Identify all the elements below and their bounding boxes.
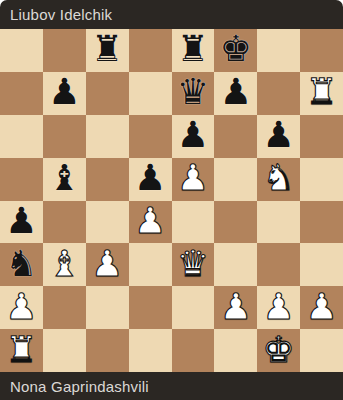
- piece-black-rook: ♜: [177, 31, 209, 67]
- square-d2: [129, 286, 172, 329]
- square-c2: [86, 286, 129, 329]
- square-g3: [257, 243, 300, 286]
- square-e4: [172, 201, 215, 244]
- piece-white-pawn: ♟: [5, 289, 37, 325]
- square-d4: ♟: [129, 201, 172, 244]
- square-a6: [0, 115, 43, 158]
- square-e8: ♜: [172, 29, 215, 72]
- square-e2: [172, 286, 215, 329]
- piece-black-rook: ♜: [91, 31, 123, 67]
- piece-black-pawn: ♟: [177, 117, 209, 153]
- piece-black-pawn: ♟: [134, 160, 166, 196]
- square-f8: ♚: [214, 29, 257, 72]
- player-bottom-name: Nona Gaprindashvili: [10, 378, 149, 395]
- square-f5: [214, 158, 257, 201]
- square-c1: [86, 329, 129, 372]
- piece-white-pawn: ♟: [134, 203, 166, 239]
- square-h1: [300, 329, 343, 372]
- square-b5: ♝: [43, 158, 86, 201]
- square-h8: [300, 29, 343, 72]
- piece-white-king: ♚: [263, 332, 295, 368]
- square-h5: [300, 158, 343, 201]
- square-b2: [43, 286, 86, 329]
- square-b4: [43, 201, 86, 244]
- player-top-name: Liubov Idelchik: [10, 6, 112, 23]
- square-d1: [129, 329, 172, 372]
- square-f2: ♟: [214, 286, 257, 329]
- square-c5: [86, 158, 129, 201]
- chess-board: ♜♜♚♟♛♟♜♟♟♝♟♟♞♟♟♞♝♟♛♟♟♟♟♜♚: [0, 29, 343, 372]
- square-a8: [0, 29, 43, 72]
- piece-black-bishop: ♝: [48, 160, 80, 196]
- square-a4: ♟: [0, 201, 43, 244]
- square-g7: [257, 72, 300, 115]
- piece-white-knight: ♞: [263, 160, 295, 196]
- player-bottom-bar: Nona Gaprindashvili: [0, 372, 343, 400]
- square-d3: [129, 243, 172, 286]
- square-f1: [214, 329, 257, 372]
- square-c3: ♟: [86, 243, 129, 286]
- player-top-bar: Liubov Idelchik: [0, 0, 343, 29]
- square-e3: ♛: [172, 243, 215, 286]
- piece-white-pawn: ♟: [263, 289, 295, 325]
- square-a2: ♟: [0, 286, 43, 329]
- square-g2: ♟: [257, 286, 300, 329]
- piece-black-knight: ♞: [5, 246, 37, 282]
- square-b8: [43, 29, 86, 72]
- square-b6: [43, 115, 86, 158]
- square-h6: [300, 115, 343, 158]
- square-h2: ♟: [300, 286, 343, 329]
- square-c7: [86, 72, 129, 115]
- square-e1: [172, 329, 215, 372]
- piece-white-pawn: ♟: [220, 289, 252, 325]
- square-f4: [214, 201, 257, 244]
- square-c8: ♜: [86, 29, 129, 72]
- piece-white-rook: ♜: [5, 332, 37, 368]
- square-g4: [257, 201, 300, 244]
- square-f7: ♟: [214, 72, 257, 115]
- square-d6: [129, 115, 172, 158]
- square-b1: [43, 329, 86, 372]
- piece-black-queen: ♛: [177, 74, 209, 110]
- piece-black-king: ♚: [220, 31, 252, 67]
- square-e7: ♛: [172, 72, 215, 115]
- piece-black-pawn: ♟: [48, 74, 80, 110]
- square-d8: [129, 29, 172, 72]
- square-e5: ♟: [172, 158, 215, 201]
- square-d7: [129, 72, 172, 115]
- square-g6: ♟: [257, 115, 300, 158]
- square-e6: ♟: [172, 115, 215, 158]
- square-a1: ♜: [0, 329, 43, 372]
- piece-black-pawn: ♟: [220, 74, 252, 110]
- piece-white-pawn: ♟: [305, 289, 337, 325]
- square-b7: ♟: [43, 72, 86, 115]
- square-f3: [214, 243, 257, 286]
- square-a5: [0, 158, 43, 201]
- square-g8: [257, 29, 300, 72]
- square-h4: [300, 201, 343, 244]
- square-h3: [300, 243, 343, 286]
- chess-diagram: Liubov Idelchik ♜♜♚♟♛♟♜♟♟♝♟♟♞♟♟♞♝♟♛♟♟♟♟♜…: [0, 0, 343, 400]
- square-b3: ♝: [43, 243, 86, 286]
- square-c4: [86, 201, 129, 244]
- square-f6: [214, 115, 257, 158]
- square-d5: ♟: [129, 158, 172, 201]
- square-a3: ♞: [0, 243, 43, 286]
- piece-white-bishop: ♝: [48, 246, 80, 282]
- piece-black-pawn: ♟: [5, 203, 37, 239]
- piece-black-pawn: ♟: [263, 117, 295, 153]
- square-g5: ♞: [257, 158, 300, 201]
- square-g1: ♚: [257, 329, 300, 372]
- square-c6: [86, 115, 129, 158]
- piece-white-pawn: ♟: [91, 246, 123, 282]
- piece-white-rook: ♜: [305, 74, 337, 110]
- piece-white-queen: ♛: [177, 246, 209, 282]
- square-a7: [0, 72, 43, 115]
- square-h7: ♜: [300, 72, 343, 115]
- piece-white-pawn: ♟: [177, 160, 209, 196]
